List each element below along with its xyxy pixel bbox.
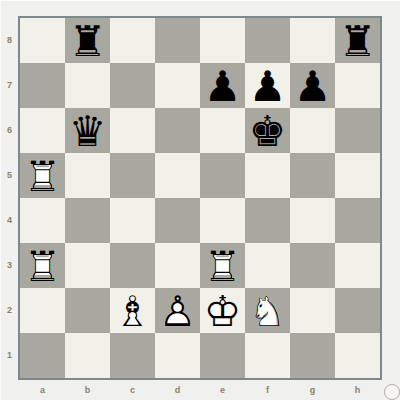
square-b4[interactable] — [65, 198, 110, 243]
file-label-h: h — [335, 382, 380, 399]
rank-label-3: 3 — [3, 243, 16, 288]
square-g5[interactable] — [290, 153, 335, 198]
piece-white-knight-f2: ♞♘ — [249, 291, 287, 333]
square-b5[interactable] — [65, 153, 110, 198]
square-c6[interactable] — [110, 108, 155, 153]
square-b1[interactable] — [65, 333, 110, 378]
chess-board: ♜♜♟♟♟♛♚♜♖♜♖♜♖♝♗♟♙♚♔♞♘ — [18, 16, 382, 380]
rank-label-6: 6 — [3, 108, 16, 153]
square-f8[interactable] — [245, 18, 290, 63]
piece-white-rook-a3: ♜♖ — [24, 246, 62, 288]
square-a5[interactable]: ♜♖ — [20, 153, 65, 198]
square-g8[interactable] — [290, 18, 335, 63]
square-a2[interactable] — [20, 288, 65, 333]
rank-label-7: 7 — [3, 63, 16, 108]
square-h7[interactable] — [335, 63, 380, 108]
file-label-c: c — [110, 382, 155, 399]
square-g7[interactable]: ♟ — [290, 63, 335, 108]
file-label-a: a — [20, 382, 65, 399]
square-d5[interactable] — [155, 153, 200, 198]
square-f7[interactable]: ♟ — [245, 63, 290, 108]
square-f5[interactable] — [245, 153, 290, 198]
square-f4[interactable] — [245, 198, 290, 243]
square-e5[interactable] — [200, 153, 245, 198]
square-c7[interactable] — [110, 63, 155, 108]
square-d1[interactable] — [155, 333, 200, 378]
square-b8[interactable]: ♜ — [65, 18, 110, 63]
rank-label-2: 2 — [3, 288, 16, 333]
square-f3[interactable] — [245, 243, 290, 288]
square-e7[interactable]: ♟ — [200, 63, 245, 108]
corner-circle-button[interactable] — [384, 384, 400, 400]
square-e3[interactable]: ♜♖ — [200, 243, 245, 288]
square-f6[interactable]: ♚ — [245, 108, 290, 153]
square-d2[interactable]: ♟♙ — [155, 288, 200, 333]
piece-black-pawn-e7: ♟ — [204, 66, 242, 108]
square-c2[interactable]: ♝♗ — [110, 288, 155, 333]
square-e8[interactable] — [200, 18, 245, 63]
square-d7[interactable] — [155, 63, 200, 108]
piece-white-rook-e3: ♜♖ — [204, 246, 242, 288]
chess-diagram-page: ♜♜♟♟♟♛♚♜♖♜♖♜♖♝♗♟♙♚♔♞♘ 87654321 abcdefgh — [0, 0, 400, 400]
piece-white-king-e2: ♚♔ — [204, 291, 242, 333]
square-g6[interactable] — [290, 108, 335, 153]
square-h5[interactable] — [335, 153, 380, 198]
square-d6[interactable] — [155, 108, 200, 153]
square-h4[interactable] — [335, 198, 380, 243]
file-label-d: d — [155, 382, 200, 399]
square-e1[interactable] — [200, 333, 245, 378]
square-d3[interactable] — [155, 243, 200, 288]
piece-black-king-f6: ♚ — [249, 111, 287, 153]
square-g1[interactable] — [290, 333, 335, 378]
square-a7[interactable] — [20, 63, 65, 108]
square-c3[interactable] — [110, 243, 155, 288]
square-c4[interactable] — [110, 198, 155, 243]
piece-black-queen-b6: ♛ — [69, 111, 107, 153]
file-label-g: g — [290, 382, 335, 399]
square-a8[interactable] — [20, 18, 65, 63]
square-b7[interactable] — [65, 63, 110, 108]
piece-black-pawn-g7: ♟ — [294, 66, 332, 108]
square-c1[interactable] — [110, 333, 155, 378]
rank-label-5: 5 — [3, 153, 16, 198]
square-e2[interactable]: ♚♔ — [200, 288, 245, 333]
piece-black-rook-h8: ♜ — [339, 21, 377, 63]
square-f1[interactable] — [245, 333, 290, 378]
piece-white-bishop-c2: ♝♗ — [114, 291, 152, 333]
square-h3[interactable] — [335, 243, 380, 288]
square-g4[interactable] — [290, 198, 335, 243]
square-g2[interactable] — [290, 288, 335, 333]
rank-label-4: 4 — [3, 198, 16, 243]
square-h1[interactable] — [335, 333, 380, 378]
file-label-b: b — [65, 382, 110, 399]
square-a1[interactable] — [20, 333, 65, 378]
piece-white-rook-a5: ♜♖ — [24, 156, 62, 198]
square-a4[interactable] — [20, 198, 65, 243]
square-f2[interactable]: ♞♘ — [245, 288, 290, 333]
square-h6[interactable] — [335, 108, 380, 153]
rank-label-8: 8 — [3, 18, 16, 63]
piece-black-pawn-f7: ♟ — [249, 66, 287, 108]
file-label-e: e — [200, 382, 245, 399]
square-c8[interactable] — [110, 18, 155, 63]
square-h2[interactable] — [335, 288, 380, 333]
square-a6[interactable] — [20, 108, 65, 153]
square-e4[interactable] — [200, 198, 245, 243]
file-label-f: f — [245, 382, 290, 399]
square-e6[interactable] — [200, 108, 245, 153]
square-a3[interactable]: ♜♖ — [20, 243, 65, 288]
square-g3[interactable] — [290, 243, 335, 288]
rank-label-1: 1 — [3, 333, 16, 378]
square-b2[interactable] — [65, 288, 110, 333]
square-b6[interactable]: ♛ — [65, 108, 110, 153]
square-d8[interactable] — [155, 18, 200, 63]
piece-black-rook-b8: ♜ — [69, 21, 107, 63]
square-h8[interactable]: ♜ — [335, 18, 380, 63]
square-b3[interactable] — [65, 243, 110, 288]
square-d4[interactable] — [155, 198, 200, 243]
square-c5[interactable] — [110, 153, 155, 198]
piece-white-pawn-d2: ♟♙ — [159, 291, 197, 333]
